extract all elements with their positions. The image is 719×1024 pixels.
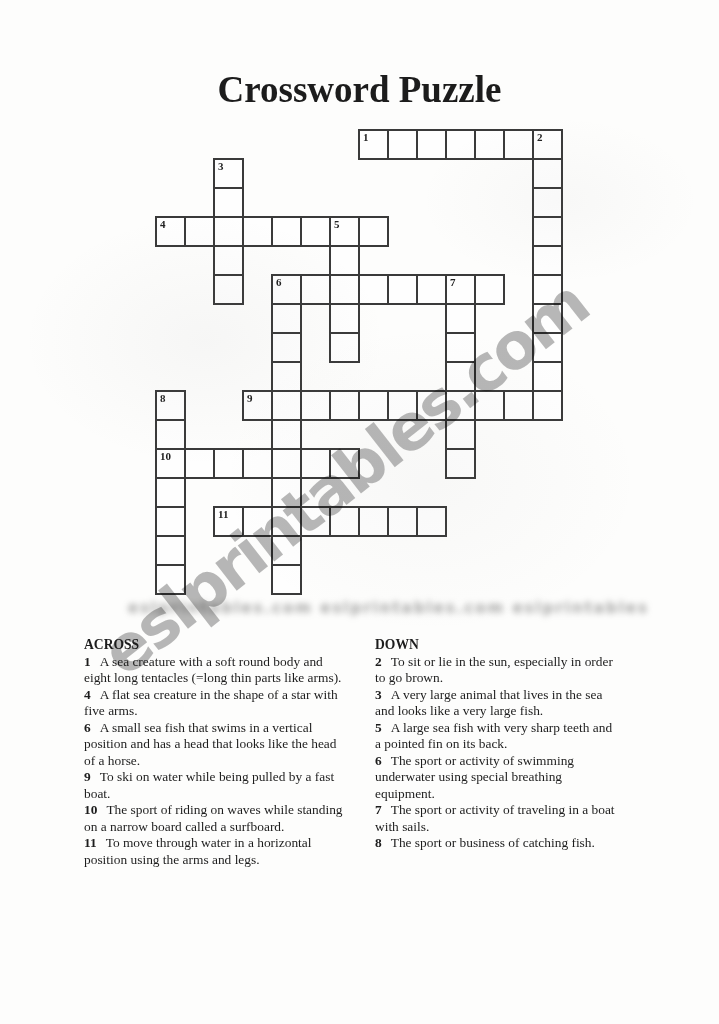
clue-5-down: 5A large sea fish with very sharp teeth … xyxy=(375,720,665,753)
grid-cell-r5c11[interactable] xyxy=(474,274,505,305)
clue-number-label: 1 xyxy=(84,654,91,669)
grid-cell-r3c2[interactable] xyxy=(213,216,244,247)
clue-9-across: 9To ski on water while being pulled by a… xyxy=(84,769,376,802)
grid-cell-r15c4[interactable] xyxy=(271,564,302,595)
grid-cell-r5c9[interactable] xyxy=(416,274,447,305)
grid-cell-r14c4[interactable] xyxy=(271,535,302,566)
clue-text-line: and looks like a very large fish. xyxy=(375,703,543,718)
grid-cell-r0c13[interactable]: 2 xyxy=(532,129,563,160)
clue-text-line: position and has a head that looks like … xyxy=(84,736,337,751)
clue-2-down: 2To sit or lie in the sun, especially in… xyxy=(375,654,665,687)
grid-cell-r2c13[interactable] xyxy=(532,187,563,218)
grid-cell-r11c2[interactable] xyxy=(213,448,244,479)
grid-cell-r11c0[interactable]: 10 xyxy=(155,448,186,479)
clue-number-8: 8 xyxy=(160,392,166,405)
grid-cell-r7c4[interactable] xyxy=(271,332,302,363)
across-header: ACROSS xyxy=(84,637,376,654)
grid-cell-r12c0[interactable] xyxy=(155,477,186,508)
grid-cell-r3c7[interactable] xyxy=(358,216,389,247)
grid-cell-r11c4[interactable] xyxy=(271,448,302,479)
clue-text-line: of a horse. xyxy=(84,753,140,768)
clue-number-label: 2 xyxy=(375,654,382,669)
clue-text-line: underwater using special breathing xyxy=(375,769,562,784)
grid-cell-r10c0[interactable] xyxy=(155,419,186,450)
grid-cell-r7c13[interactable] xyxy=(532,332,563,363)
clue-text-line: boat. xyxy=(84,786,110,801)
clue-10-across: 10The sport of riding on waves while sta… xyxy=(84,802,376,835)
grid-cell-r4c13[interactable] xyxy=(532,245,563,276)
grid-cell-r9c10[interactable] xyxy=(445,390,476,421)
grid-cell-r6c10[interactable] xyxy=(445,303,476,334)
grid-cell-r13c5[interactable] xyxy=(300,506,331,537)
grid-cell-r11c1[interactable] xyxy=(184,448,215,479)
grid-cell-r5c13[interactable] xyxy=(532,274,563,305)
clue-text-line: position using the arms and legs. xyxy=(84,852,260,867)
grid-cell-r13c2[interactable]: 11 xyxy=(213,506,244,537)
clue-4-across: 4A flat sea creature in the shape of a s… xyxy=(84,687,376,720)
clue-number-label: 6 xyxy=(375,753,382,768)
grid-cell-r14c0[interactable] xyxy=(155,535,186,566)
grid-cell-r4c6[interactable] xyxy=(329,245,360,276)
grid-cell-r8c13[interactable] xyxy=(532,361,563,392)
grid-cell-r11c10[interactable] xyxy=(445,448,476,479)
clue-text-line: five arms. xyxy=(84,703,138,718)
grid-cell-r13c6[interactable] xyxy=(329,506,360,537)
blurred-watermark-band: eslprintables.com eslprintables.com eslp… xyxy=(128,599,646,620)
page-title: Crossword Puzzle xyxy=(0,68,719,111)
grid-cell-r3c1[interactable] xyxy=(184,216,215,247)
grid-cell-r5c4[interactable]: 6 xyxy=(271,274,302,305)
grid-cell-r4c2[interactable] xyxy=(213,245,244,276)
grid-cell-r13c9[interactable] xyxy=(416,506,447,537)
clue-number-2: 2 xyxy=(537,131,543,144)
clue-text-line: To sit or lie in the sun, especially in … xyxy=(391,654,613,669)
grid-cell-r0c10[interactable] xyxy=(445,129,476,160)
grid-cell-r6c6[interactable] xyxy=(329,303,360,334)
clue-number-label: 3 xyxy=(375,687,382,702)
clue-text-line: To move through water in a horizontal xyxy=(106,835,312,850)
clue-8-down: 8The sport or business of catching fish. xyxy=(375,835,665,852)
clue-number-label: 6 xyxy=(84,720,91,735)
grid-cell-r1c13[interactable] xyxy=(532,158,563,189)
grid-cell-r3c5[interactable] xyxy=(300,216,331,247)
grid-cell-r13c4[interactable] xyxy=(271,506,302,537)
grid-cell-r1c2[interactable]: 3 xyxy=(213,158,244,189)
clue-number-label: 4 xyxy=(84,687,91,702)
clue-number-label: 8 xyxy=(375,835,382,850)
grid-cell-r0c9[interactable] xyxy=(416,129,447,160)
clue-text-line: To ski on water while being pulled by a … xyxy=(100,769,334,784)
grid-cell-r5c5[interactable] xyxy=(300,274,331,305)
clue-11-across: 11To move through water in a horizontalp… xyxy=(84,835,376,868)
grid-cell-r5c7[interactable] xyxy=(358,274,389,305)
grid-cell-r7c6[interactable] xyxy=(329,332,360,363)
clue-number-11: 11 xyxy=(218,508,228,521)
clue-text-line: with sails. xyxy=(375,819,429,834)
clue-number-9: 9 xyxy=(247,392,253,405)
clue-number-label: 7 xyxy=(375,802,382,817)
grid-cell-r3c3[interactable] xyxy=(242,216,273,247)
clue-text-line: to go brown. xyxy=(375,670,443,685)
grid-cell-r0c12[interactable] xyxy=(503,129,534,160)
grid-cell-r11c5[interactable] xyxy=(300,448,331,479)
clue-6-across: 6A small sea fish that swims in a vertic… xyxy=(84,720,376,770)
grid-cell-r0c8[interactable] xyxy=(387,129,418,160)
grid-cell-r11c6[interactable] xyxy=(329,448,360,479)
across-clues-block: ACROSS 1A sea creature with a soft round… xyxy=(84,637,376,868)
clue-text-line: a pointed fin on its back. xyxy=(375,736,507,751)
grid-cell-r5c10[interactable]: 7 xyxy=(445,274,476,305)
grid-cell-r9c11[interactable] xyxy=(474,390,505,421)
grid-cell-r12c4[interactable] xyxy=(271,477,302,508)
clue-text-line: The sport or activity of swimming xyxy=(391,753,574,768)
grid-cell-r3c13[interactable] xyxy=(532,216,563,247)
grid-cell-r13c7[interactable] xyxy=(358,506,389,537)
grid-cell-r9c6[interactable] xyxy=(329,390,360,421)
grid-cell-r10c4[interactable] xyxy=(271,419,302,450)
grid-cell-r6c13[interactable] xyxy=(532,303,563,334)
clue-text-line: A sea creature with a soft round body an… xyxy=(100,654,323,669)
worksheet-page: Crossword Puzzle 1234567891011 eslprinta… xyxy=(0,0,719,1024)
clue-3-down: 3A very large animal that lives in the s… xyxy=(375,687,665,720)
grid-cell-r9c12[interactable] xyxy=(503,390,534,421)
clue-number-label: 5 xyxy=(375,720,382,735)
clue-number-label: 11 xyxy=(84,835,97,850)
grid-cell-r8c4[interactable] xyxy=(271,361,302,392)
grid-cell-r13c0[interactable] xyxy=(155,506,186,537)
grid-cell-r9c13[interactable] xyxy=(532,390,563,421)
down-header: DOWN xyxy=(375,637,665,654)
grid-cell-r9c8[interactable] xyxy=(387,390,418,421)
clue-text-line: A large sea fish with very sharp teeth a… xyxy=(391,720,612,735)
down-clues-block: DOWN 2To sit or lie in the sun, especial… xyxy=(375,637,665,852)
clue-number-7: 7 xyxy=(450,276,456,289)
grid-cell-r5c6[interactable] xyxy=(329,274,360,305)
clue-number-label: 10 xyxy=(84,802,97,817)
clue-text-line: A flat sea creature in the shape of a st… xyxy=(100,687,338,702)
grid-cell-r5c8[interactable] xyxy=(387,274,418,305)
clue-number-4: 4 xyxy=(160,218,166,231)
grid-cell-r13c3[interactable] xyxy=(242,506,273,537)
grid-cell-r2c2[interactable] xyxy=(213,187,244,218)
clue-text-line: on a narrow board called a surfboard. xyxy=(84,819,284,834)
grid-cell-r9c9[interactable] xyxy=(416,390,447,421)
clue-text-line: A small sea fish that swims in a vertica… xyxy=(100,720,313,735)
grid-cell-r6c4[interactable] xyxy=(271,303,302,334)
clue-text-line: The sport or business of catching fish. xyxy=(391,835,595,850)
grid-cell-r10c10[interactable] xyxy=(445,419,476,450)
grid-cell-r0c11[interactable] xyxy=(474,129,505,160)
grid-cell-r9c5[interactable] xyxy=(300,390,331,421)
grid-cell-r9c0[interactable]: 8 xyxy=(155,390,186,421)
clue-number-label: 9 xyxy=(84,769,91,784)
crossword-grid: 1234567891011 xyxy=(156,130,564,596)
grid-cell-r5c2[interactable] xyxy=(213,274,244,305)
clue-number-1: 1 xyxy=(363,131,369,144)
grid-cell-r3c6[interactable]: 5 xyxy=(329,216,360,247)
clue-1-across: 1A sea creature with a soft round body a… xyxy=(84,654,376,687)
clue-text-line: The sport of riding on waves while stand… xyxy=(106,802,342,817)
clue-number-5: 5 xyxy=(334,218,340,231)
clue-number-3: 3 xyxy=(218,160,224,173)
grid-cell-r3c0[interactable]: 4 xyxy=(155,216,186,247)
clue-number-10: 10 xyxy=(160,450,171,463)
grid-cell-r9c7[interactable] xyxy=(358,390,389,421)
clue-text-line: eight long tentacles (=long thin parts l… xyxy=(84,670,341,685)
grid-cell-r9c3[interactable]: 9 xyxy=(242,390,273,421)
down-clue-list: 2To sit or lie in the sun, especially in… xyxy=(375,654,665,852)
grid-cell-r7c10[interactable] xyxy=(445,332,476,363)
grid-cell-r15c0[interactable] xyxy=(155,564,186,595)
grid-cell-r11c3[interactable] xyxy=(242,448,273,479)
grid-cell-r13c8[interactable] xyxy=(387,506,418,537)
grid-cell-r9c4[interactable] xyxy=(271,390,302,421)
clue-text-line: A very large animal that lives in the se… xyxy=(391,687,603,702)
grid-cell-r3c4[interactable] xyxy=(271,216,302,247)
clue-text-line: equipment. xyxy=(375,786,435,801)
clue-number-6: 6 xyxy=(276,276,282,289)
clue-text-line: The sport or activity of traveling in a … xyxy=(391,802,615,817)
clue-6-down: 6The sport or activity of swimmingunderw… xyxy=(375,753,665,803)
clue-7-down: 7The sport or activity of traveling in a… xyxy=(375,802,665,835)
grid-cell-r8c10[interactable] xyxy=(445,361,476,392)
grid-cell-r0c7[interactable]: 1 xyxy=(358,129,389,160)
across-clue-list: 1A sea creature with a soft round body a… xyxy=(84,654,376,869)
